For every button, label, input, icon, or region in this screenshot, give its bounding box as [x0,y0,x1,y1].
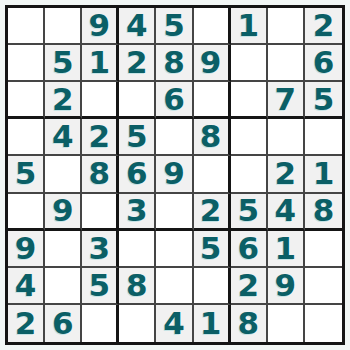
cell-r5c8: 2 [268,156,305,193]
cell-r5c2[interactable] [45,156,82,193]
cell-r2c9: 6 [305,45,342,82]
cell-r7c9[interactable] [305,231,342,268]
cell-r6c9: 8 [305,194,342,231]
cell-r1c6[interactable] [194,8,231,45]
cell-r1c8[interactable] [268,8,305,45]
cell-r8c3: 5 [82,268,119,305]
cell-r1c4: 4 [119,8,156,45]
cell-r7c6: 5 [194,231,231,268]
cell-r3c5: 6 [156,82,193,119]
cell-r4c5[interactable] [156,119,193,156]
cell-r2c8[interactable] [268,45,305,82]
cell-r7c1: 9 [8,231,45,268]
cell-r9c3[interactable] [82,305,119,342]
cell-r9c5: 4 [156,305,193,342]
cell-r9c4[interactable] [119,305,156,342]
cell-r5c4: 6 [119,156,156,193]
cell-r7c7: 6 [231,231,268,268]
cell-r4c6: 8 [194,119,231,156]
cell-r8c5[interactable] [156,268,193,305]
cell-r7c8: 1 [268,231,305,268]
cell-r2c5: 8 [156,45,193,82]
cell-r5c3: 8 [82,156,119,193]
cell-r4c7[interactable] [231,119,268,156]
cell-r8c8: 9 [268,268,305,305]
cell-r9c1: 2 [8,305,45,342]
cell-r1c9: 2 [305,8,342,45]
cell-r3c7[interactable] [231,82,268,119]
cell-r1c7: 1 [231,8,268,45]
cell-r8c4: 8 [119,268,156,305]
cell-r8c1: 4 [8,268,45,305]
cell-r8c2[interactable] [45,268,82,305]
cell-r2c6: 9 [194,45,231,82]
cell-r5c9: 1 [305,156,342,193]
cell-r3c6[interactable] [194,82,231,119]
cell-r6c8: 4 [268,194,305,231]
cell-r5c7[interactable] [231,156,268,193]
cell-r5c6[interactable] [194,156,231,193]
cell-r3c2: 2 [45,82,82,119]
cell-r9c8[interactable] [268,305,305,342]
cell-r6c2: 9 [45,194,82,231]
cell-r4c3: 2 [82,119,119,156]
cell-r6c4: 3 [119,194,156,231]
cell-r3c4[interactable] [119,82,156,119]
sudoku-board: 9451251289626754258586921932548935614582… [5,5,345,345]
cell-r1c1[interactable] [8,8,45,45]
cell-r4c4: 5 [119,119,156,156]
cell-r7c3: 3 [82,231,119,268]
cell-r5c5: 9 [156,156,193,193]
cell-r2c3: 1 [82,45,119,82]
cell-r2c4: 2 [119,45,156,82]
cell-r2c1[interactable] [8,45,45,82]
cell-r6c3[interactable] [82,194,119,231]
cell-r1c3: 9 [82,8,119,45]
cell-r9c6: 1 [194,305,231,342]
cell-r6c6: 2 [194,194,231,231]
cell-r7c2[interactable] [45,231,82,268]
cell-r7c5[interactable] [156,231,193,268]
cell-r3c3[interactable] [82,82,119,119]
cell-r8c7: 2 [231,268,268,305]
cell-r8c9[interactable] [305,268,342,305]
cell-r3c1[interactable] [8,82,45,119]
cell-r6c7: 5 [231,194,268,231]
cell-r5c1: 5 [8,156,45,193]
cell-r3c9: 5 [305,82,342,119]
cell-r4c8[interactable] [268,119,305,156]
cell-r2c2: 5 [45,45,82,82]
cell-r7c4[interactable] [119,231,156,268]
cell-r4c2: 4 [45,119,82,156]
cell-r6c5[interactable] [156,194,193,231]
cell-r8c6[interactable] [194,268,231,305]
cell-r3c8: 7 [268,82,305,119]
cell-r6c1[interactable] [8,194,45,231]
cell-r1c5: 5 [156,8,193,45]
cell-r1c2[interactable] [45,8,82,45]
cell-r4c9[interactable] [305,119,342,156]
cell-r9c7: 8 [231,305,268,342]
cell-r4c1[interactable] [8,119,45,156]
cell-r2c7[interactable] [231,45,268,82]
cell-r9c2: 6 [45,305,82,342]
cell-r9c9[interactable] [305,305,342,342]
